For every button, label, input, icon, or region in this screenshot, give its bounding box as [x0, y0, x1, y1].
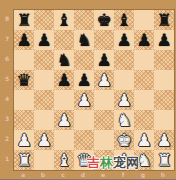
square-e7[interactable]	[94, 30, 114, 50]
square-d4[interactable]: ♟	[74, 90, 94, 110]
square-g8[interactable]	[134, 10, 154, 30]
square-d6[interactable]	[74, 50, 94, 70]
square-a6[interactable]	[14, 50, 34, 70]
black-pawn[interactable]: ♟	[116, 30, 131, 50]
white-pawn[interactable]: ♟	[156, 130, 171, 150]
black-pawn[interactable]: ♟	[136, 30, 151, 50]
white-king[interactable]: ♚	[116, 130, 131, 150]
square-h3[interactable]	[154, 110, 174, 130]
square-b3[interactable]	[34, 110, 54, 130]
white-pawn[interactable]: ♟	[116, 90, 131, 110]
black-bishop[interactable]: ♝	[116, 10, 131, 30]
square-c5[interactable]: ♟	[54, 70, 74, 90]
black-knight[interactable]: ♞	[56, 50, 71, 70]
square-b8[interactable]	[34, 10, 54, 30]
rank-label-2: 2	[3, 136, 11, 142]
white-pawn[interactable]: ♟	[56, 110, 71, 130]
black-pawn[interactable]: ♟	[16, 30, 31, 50]
square-f6[interactable]	[114, 50, 134, 70]
square-a5[interactable]: ♛	[14, 70, 34, 90]
square-e6[interactable]: ♟	[94, 50, 114, 70]
white-pawn[interactable]: ♟	[136, 130, 151, 150]
square-f8[interactable]: ♝	[114, 10, 134, 30]
square-c6[interactable]: ♞	[54, 50, 74, 70]
black-pawn[interactable]: ♟	[56, 70, 71, 90]
square-f2[interactable]: ♚	[114, 130, 134, 150]
square-c3[interactable]: ♟	[54, 110, 74, 130]
square-e5[interactable]: ♟	[94, 70, 114, 90]
white-bishop[interactable]: ♝	[56, 150, 71, 170]
square-b4[interactable]	[34, 90, 54, 110]
chess-board-screenshot: ♜♝♚♝♜♟♟♞♟♟♟♞♟♛♟♟♟♟♟♟♞♟♟♚♟♟♜♝♛♝♞♜ 8765432…	[0, 0, 176, 180]
square-c8[interactable]: ♝	[54, 10, 74, 30]
square-h1[interactable]: ♜	[154, 150, 174, 170]
chess-board: ♜♝♚♝♜♟♟♞♟♟♟♞♟♛♟♟♟♟♟♟♞♟♟♚♟♟♜♝♛♝♞♜	[13, 9, 175, 171]
black-pawn[interactable]: ♟	[76, 70, 91, 90]
square-g7[interactable]: ♟	[134, 30, 154, 50]
square-g3[interactable]	[134, 110, 154, 130]
rank-label-4: 4	[3, 96, 11, 102]
square-h2[interactable]: ♟	[154, 130, 174, 150]
square-e2[interactable]	[94, 130, 114, 150]
square-g1[interactable]: ♞	[134, 150, 154, 170]
square-a4[interactable]	[14, 90, 34, 110]
square-b6[interactable]	[34, 50, 54, 70]
square-d3[interactable]	[74, 110, 94, 130]
black-queen[interactable]: ♛	[16, 70, 31, 90]
rank-label-8: 8	[3, 16, 11, 22]
square-a2[interactable]: ♟	[14, 130, 34, 150]
image-bottom-edge	[0, 178, 176, 180]
black-pawn[interactable]: ♟	[156, 30, 171, 50]
white-pawn[interactable]: ♟	[36, 130, 51, 150]
square-f7[interactable]: ♟	[114, 30, 134, 50]
square-f3[interactable]: ♞	[114, 110, 134, 130]
square-a3[interactable]	[14, 110, 34, 130]
square-h6[interactable]	[154, 50, 174, 70]
square-e8[interactable]: ♚	[94, 10, 114, 30]
square-h8[interactable]: ♜	[154, 10, 174, 30]
square-f5[interactable]	[114, 70, 134, 90]
square-f4[interactable]: ♟	[114, 90, 134, 110]
black-pawn[interactable]: ♟	[96, 50, 111, 70]
square-c4[interactable]	[54, 90, 74, 110]
square-h7[interactable]: ♟	[154, 30, 174, 50]
rank-label-3: 3	[3, 116, 11, 122]
white-queen[interactable]: ♛	[76, 150, 91, 170]
black-king[interactable]: ♚	[96, 10, 111, 30]
white-knight[interactable]: ♞	[136, 150, 151, 170]
square-a1[interactable]: ♜	[14, 150, 34, 170]
black-pawn[interactable]: ♟	[36, 30, 51, 50]
black-rook[interactable]: ♜	[156, 10, 171, 30]
square-c2[interactable]	[54, 130, 74, 150]
square-d2[interactable]	[74, 130, 94, 150]
square-e4[interactable]	[94, 90, 114, 110]
white-bishop[interactable]: ♝	[116, 150, 131, 170]
square-c7[interactable]	[54, 30, 74, 50]
black-rook[interactable]: ♜	[16, 10, 31, 30]
square-b1[interactable]	[34, 150, 54, 170]
rank-label-7: 7	[3, 36, 11, 42]
square-f1[interactable]: ♝	[114, 150, 134, 170]
white-rook[interactable]: ♜	[156, 150, 171, 170]
square-g6[interactable]	[134, 50, 154, 70]
black-bishop[interactable]: ♝	[56, 10, 71, 30]
white-pawn[interactable]: ♟	[76, 90, 91, 110]
square-d1[interactable]: ♛	[74, 150, 94, 170]
square-g2[interactable]: ♟	[134, 130, 154, 150]
white-pawn[interactable]: ♟	[16, 130, 31, 150]
square-d8[interactable]	[74, 10, 94, 30]
square-c1[interactable]: ♝	[54, 150, 74, 170]
rank-label-5: 5	[3, 76, 11, 82]
square-b7[interactable]: ♟	[34, 30, 54, 50]
white-rook[interactable]: ♜	[16, 150, 31, 170]
square-g5[interactable]	[134, 70, 154, 90]
white-knight[interactable]: ♞	[116, 110, 131, 130]
square-h4[interactable]	[154, 90, 174, 110]
white-pawn[interactable]: ♟	[96, 70, 111, 90]
square-e1[interactable]	[94, 150, 114, 170]
rank-label-6: 6	[3, 56, 11, 62]
rank-label-1: 1	[3, 156, 11, 162]
square-h5[interactable]	[154, 70, 174, 90]
black-knight[interactable]: ♞	[76, 30, 91, 50]
square-d7[interactable]: ♞	[74, 30, 94, 50]
square-g4[interactable]	[134, 90, 154, 110]
square-a7[interactable]: ♟	[14, 30, 34, 50]
square-e3[interactable]	[94, 110, 114, 130]
square-b5[interactable]	[34, 70, 54, 90]
square-b2[interactable]: ♟	[34, 130, 54, 150]
square-d5[interactable]: ♟	[74, 70, 94, 90]
square-a8[interactable]: ♜	[14, 10, 34, 30]
